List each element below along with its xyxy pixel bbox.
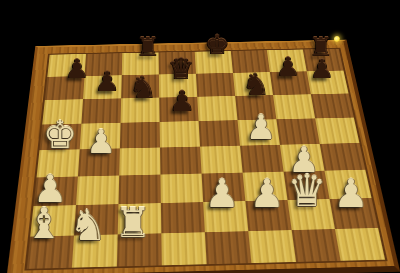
square-g1[interactable] <box>292 229 341 262</box>
black-pawn-d6[interactable]: ♟ <box>169 88 194 116</box>
black-knight-c6[interactable]: ♞ <box>130 73 157 103</box>
black-pawn-h7[interactable]: ♟ <box>310 56 333 82</box>
white-king-a4[interactable]: ♚ <box>43 116 77 154</box>
square-e6[interactable] <box>197 96 237 121</box>
square-h1[interactable] <box>335 228 385 261</box>
square-d1[interactable] <box>161 232 206 265</box>
square-h5[interactable] <box>315 118 359 144</box>
square-g6[interactable] <box>273 94 315 119</box>
square-c4[interactable] <box>119 148 160 176</box>
white-knight-b1[interactable]: ♞ <box>69 205 107 247</box>
square-d3[interactable] <box>160 174 203 204</box>
square-c5[interactable] <box>120 122 160 149</box>
highlight-dot <box>334 36 340 42</box>
white-pawn-f2[interactable]: ♟ <box>250 174 285 213</box>
square-e7[interactable] <box>196 73 235 97</box>
square-d2[interactable] <box>161 202 205 233</box>
white-pawn-b4[interactable]: ♟ <box>86 125 116 158</box>
square-d4[interactable] <box>160 147 202 175</box>
black-queen-d7[interactable]: ♛ <box>168 55 194 84</box>
square-b6[interactable] <box>81 98 121 123</box>
white-pawn-f4[interactable]: ♟ <box>246 110 276 144</box>
square-e1[interactable] <box>205 231 252 264</box>
square-e5[interactable] <box>199 120 240 146</box>
white-rook-c1[interactable]: ♜ <box>115 203 152 244</box>
black-king-e8[interactable]: ♚ <box>205 31 229 58</box>
black-pawn-g7[interactable]: ♟ <box>276 54 299 80</box>
chess-app-canvas: ♚♜♜♟♟♟♛♟♞♞♟♟♚♟♟♟♟♟♛♟♜♝♞ <box>0 0 400 273</box>
black-knight-f6[interactable]: ♞ <box>243 70 270 100</box>
white-queen-g2[interactable]: ♛ <box>287 169 326 213</box>
square-f4[interactable] <box>240 145 284 173</box>
square-h6[interactable] <box>311 93 354 118</box>
black-rook-c8[interactable]: ♜ <box>136 34 159 60</box>
white-pawn-e2[interactable]: ♟ <box>205 174 240 213</box>
white-pawn-h2[interactable]: ♟ <box>334 174 369 213</box>
square-h4[interactable] <box>320 143 366 171</box>
white-bishop-a1[interactable]: ♝ <box>25 203 63 245</box>
black-pawn-b6[interactable]: ♟ <box>95 68 119 95</box>
square-e4[interactable] <box>200 146 243 174</box>
square-f1[interactable] <box>248 230 296 263</box>
square-d5[interactable] <box>160 121 200 147</box>
black-pawn-a7[interactable]: ♟ <box>65 56 88 82</box>
